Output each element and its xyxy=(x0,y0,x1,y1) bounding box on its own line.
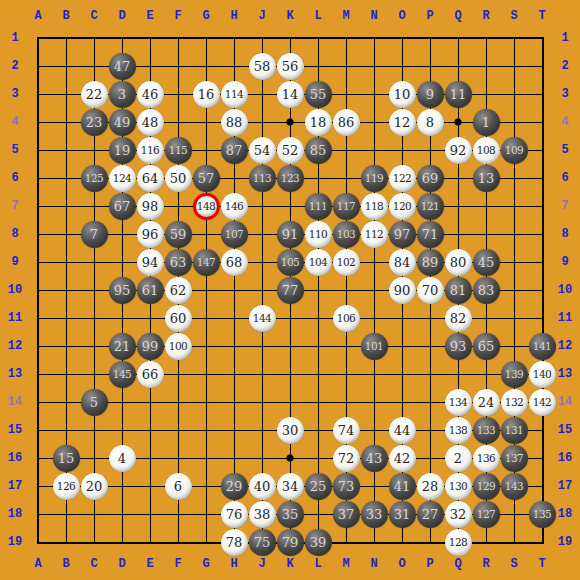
stone: 100 xyxy=(165,333,192,360)
coordinate-label: R xyxy=(472,555,500,573)
stone: 13 xyxy=(473,165,500,192)
stone: 120 xyxy=(389,193,416,220)
stone-move-number: 18 xyxy=(310,116,327,129)
stone: 47 xyxy=(109,53,136,80)
stone: 79 xyxy=(277,529,304,556)
coordinate-label: B xyxy=(52,555,80,573)
stone-move-number: 106 xyxy=(337,313,356,324)
stone-move-number: 72 xyxy=(338,452,355,465)
stone: 132 xyxy=(501,389,528,416)
stone-move-number: 136 xyxy=(477,453,496,464)
stone: 109 xyxy=(501,137,528,164)
stone-move-number: 37 xyxy=(338,508,355,521)
stone-move-number: 85 xyxy=(310,144,327,157)
stone-move-number: 90 xyxy=(394,284,411,297)
stone-move-number: 83 xyxy=(478,284,495,297)
stone-move-number: 88 xyxy=(226,116,243,129)
stone: 121 xyxy=(417,193,444,220)
stone-move-number: 97 xyxy=(394,228,411,241)
stone-move-number: 111 xyxy=(309,201,328,212)
stone: 142 xyxy=(529,389,556,416)
stone-move-number: 129 xyxy=(477,481,496,492)
stone: 105 xyxy=(277,249,304,276)
stone-move-number: 91 xyxy=(282,228,299,241)
stone: 20 xyxy=(81,473,108,500)
coordinate-label: G xyxy=(192,7,220,25)
stone: 22 xyxy=(81,81,108,108)
coordinate-label: O xyxy=(388,555,416,573)
stone: 115 xyxy=(165,137,192,164)
stone-move-number: 24 xyxy=(478,396,495,409)
stone-move-number: 123 xyxy=(281,173,300,184)
stone: 10 xyxy=(389,81,416,108)
stone: 52 xyxy=(277,137,304,164)
coordinate-label: H xyxy=(220,555,248,573)
stone-move-number: 28 xyxy=(422,480,439,493)
go-board-diagram: AABBCCDDEEFFGGHHJJKKLLMMNNOOPPQQRRSSTT11… xyxy=(0,0,580,580)
stone-move-number: 54 xyxy=(254,144,271,157)
stone-move-number: 110 xyxy=(309,229,328,240)
stones-layer: 1234567891011121314151618192021222324252… xyxy=(24,24,556,556)
stone: 29 xyxy=(221,473,248,500)
stone: 102 xyxy=(333,249,360,276)
stone-move-number: 120 xyxy=(393,201,412,212)
stone: 54 xyxy=(249,137,276,164)
stone: 48 xyxy=(137,109,164,136)
stone: 49 xyxy=(109,109,136,136)
stone: 119 xyxy=(361,165,388,192)
stone: 101 xyxy=(361,333,388,360)
stone: 135 xyxy=(529,501,556,528)
stone: 37 xyxy=(333,501,360,528)
stone-move-number: 148 xyxy=(197,201,216,212)
stone: 15 xyxy=(53,445,80,472)
stone-move-number: 57 xyxy=(198,172,215,185)
stone: 116 xyxy=(137,137,164,164)
stone: 12 xyxy=(389,109,416,136)
coordinate-label: B xyxy=(52,7,80,25)
stone-last-move: 148 xyxy=(193,193,220,220)
stone-move-number: 108 xyxy=(477,145,496,156)
stone: 5 xyxy=(81,389,108,416)
stone-move-number: 55 xyxy=(310,88,327,101)
stone-move-number: 15 xyxy=(58,452,75,465)
stone: 126 xyxy=(53,473,80,500)
stone-move-number: 48 xyxy=(142,116,159,129)
stone-move-number: 16 xyxy=(198,88,215,101)
stone-move-number: 21 xyxy=(114,340,131,353)
stone: 110 xyxy=(305,221,332,248)
stone-move-number: 102 xyxy=(337,257,356,268)
stone-move-number: 39 xyxy=(310,536,327,549)
stone-move-number: 79 xyxy=(282,536,299,549)
stone-move-number: 62 xyxy=(170,284,187,297)
stone-move-number: 50 xyxy=(170,172,187,185)
stone: 127 xyxy=(473,501,500,528)
stone-move-number: 103 xyxy=(337,229,356,240)
stone-move-number: 35 xyxy=(282,508,299,521)
stone-move-number: 47 xyxy=(114,60,131,73)
stone-move-number: 23 xyxy=(86,116,103,129)
stone: 40 xyxy=(249,473,276,500)
stone: 125 xyxy=(81,165,108,192)
stone: 93 xyxy=(445,333,472,360)
stone: 129 xyxy=(473,473,500,500)
stone: 56 xyxy=(277,53,304,80)
stone-move-number: 82 xyxy=(450,312,467,325)
stone: 71 xyxy=(417,221,444,248)
stone: 114 xyxy=(221,81,248,108)
stone: 103 xyxy=(333,221,360,248)
stone-move-number: 42 xyxy=(394,452,411,465)
stone-move-number: 70 xyxy=(422,284,439,297)
stone: 82 xyxy=(445,305,472,332)
coordinate-label: S xyxy=(500,7,528,25)
stone-move-number: 74 xyxy=(338,424,355,437)
coordinate-label: D xyxy=(108,7,136,25)
stone-move-number: 3 xyxy=(118,88,126,101)
stone: 14 xyxy=(277,81,304,108)
stone: 18 xyxy=(305,109,332,136)
stone-move-number: 104 xyxy=(309,257,328,268)
stone-move-number: 45 xyxy=(478,256,495,269)
stone: 75 xyxy=(249,529,276,556)
coordinate-label: N xyxy=(360,7,388,25)
stone-move-number: 66 xyxy=(142,368,159,381)
stone-move-number: 107 xyxy=(225,229,244,240)
stone: 104 xyxy=(305,249,332,276)
stone: 2 xyxy=(445,445,472,472)
stone: 88 xyxy=(221,109,248,136)
stone: 50 xyxy=(165,165,192,192)
stone-move-number: 99 xyxy=(142,340,159,353)
stone: 122 xyxy=(389,165,416,192)
stone: 131 xyxy=(501,417,528,444)
stone-move-number: 69 xyxy=(422,172,439,185)
stone-move-number: 8 xyxy=(426,116,434,129)
coordinate-label: M xyxy=(332,7,360,25)
stone: 94 xyxy=(137,249,164,276)
coordinate-label: T xyxy=(528,7,556,25)
stone-move-number: 113 xyxy=(253,173,272,184)
stone-move-number: 86 xyxy=(338,116,355,129)
stone: 89 xyxy=(417,249,444,276)
stone: 138 xyxy=(445,417,472,444)
stone: 66 xyxy=(137,361,164,388)
stone-move-number: 105 xyxy=(281,257,300,268)
stone: 123 xyxy=(277,165,304,192)
stone-move-number: 64 xyxy=(142,172,159,185)
stone-move-number: 1 xyxy=(482,116,490,129)
stone-move-number: 94 xyxy=(142,256,159,269)
stone-move-number: 132 xyxy=(505,397,524,408)
stone: 69 xyxy=(417,165,444,192)
stone-move-number: 12 xyxy=(394,116,411,129)
stone: 106 xyxy=(333,305,360,332)
stone-move-number: 31 xyxy=(394,508,411,521)
stone-move-number: 131 xyxy=(505,425,524,436)
stone: 136 xyxy=(473,445,500,472)
coordinate-label: F xyxy=(164,555,192,573)
stone: 31 xyxy=(389,501,416,528)
stone-move-number: 19 xyxy=(114,144,131,157)
stone-move-number: 139 xyxy=(505,369,524,380)
stone-move-number: 101 xyxy=(365,341,384,352)
stone-move-number: 92 xyxy=(450,144,467,157)
stone: 39 xyxy=(305,529,332,556)
coordinate-label: J xyxy=(248,555,276,573)
stone: 80 xyxy=(445,249,472,276)
stone: 45 xyxy=(473,249,500,276)
stone: 99 xyxy=(137,333,164,360)
coordinate-label: C xyxy=(80,7,108,25)
stone-move-number: 95 xyxy=(114,284,131,297)
stone-move-number: 63 xyxy=(170,256,187,269)
stone-move-number: 143 xyxy=(505,481,524,492)
stone: 97 xyxy=(389,221,416,248)
stone-move-number: 29 xyxy=(226,480,243,493)
stone-move-number: 138 xyxy=(449,425,468,436)
coordinate-label: H xyxy=(220,7,248,25)
stone-move-number: 4 xyxy=(118,452,126,465)
stone-move-number: 68 xyxy=(226,256,243,269)
stone: 55 xyxy=(305,81,332,108)
stone-move-number: 73 xyxy=(338,480,355,493)
stone-move-number: 9 xyxy=(426,88,434,101)
stone: 1 xyxy=(473,109,500,136)
stone: 76 xyxy=(221,501,248,528)
stone-move-number: 119 xyxy=(365,173,384,184)
stone: 65 xyxy=(473,333,500,360)
coordinate-label: K xyxy=(276,7,304,25)
coordinate-label: P xyxy=(416,7,444,25)
coordinate-label: N xyxy=(360,555,388,573)
stone: 74 xyxy=(333,417,360,444)
stone-move-number: 75 xyxy=(254,536,271,549)
stone: 60 xyxy=(165,305,192,332)
coordinate-label: P xyxy=(416,555,444,573)
stone-move-number: 44 xyxy=(394,424,411,437)
stone-move-number: 52 xyxy=(282,144,299,157)
stone-move-number: 14 xyxy=(282,88,299,101)
stone: 4 xyxy=(109,445,136,472)
coordinate-label: Q xyxy=(444,555,472,573)
stone-move-number: 137 xyxy=(505,453,524,464)
stone: 147 xyxy=(193,249,220,276)
stone-move-number: 33 xyxy=(366,508,383,521)
stone-move-number: 133 xyxy=(477,425,496,436)
stone-move-number: 124 xyxy=(113,173,132,184)
stone: 113 xyxy=(249,165,276,192)
coordinate-label: R xyxy=(472,7,500,25)
coordinate-label: F xyxy=(164,7,192,25)
stone: 3 xyxy=(109,81,136,108)
stone: 6 xyxy=(165,473,192,500)
stone-move-number: 81 xyxy=(450,284,467,297)
stone-move-number: 13 xyxy=(478,172,495,185)
coordinate-label: T xyxy=(528,555,556,573)
stone-move-number: 22 xyxy=(86,88,103,101)
stone: 107 xyxy=(221,221,248,248)
coordinate-label: E xyxy=(136,7,164,25)
stone: 63 xyxy=(165,249,192,276)
stone: 95 xyxy=(109,277,136,304)
stone: 35 xyxy=(277,501,304,528)
coordinate-label: G xyxy=(192,555,220,573)
stone-move-number: 89 xyxy=(422,256,439,269)
stone-move-number: 61 xyxy=(142,284,159,297)
stone: 72 xyxy=(333,445,360,472)
stone: 43 xyxy=(361,445,388,472)
stone-move-number: 117 xyxy=(337,201,356,212)
stone-move-number: 80 xyxy=(450,256,467,269)
stone: 28 xyxy=(417,473,444,500)
stone: 145 xyxy=(109,361,136,388)
stone-move-number: 78 xyxy=(226,536,243,549)
coordinate-label: Q xyxy=(444,7,472,25)
stone-move-number: 56 xyxy=(282,60,299,73)
stone-move-number: 5 xyxy=(90,396,98,409)
stone: 21 xyxy=(109,333,136,360)
stone: 141 xyxy=(529,333,556,360)
stone: 46 xyxy=(137,81,164,108)
stone-move-number: 130 xyxy=(449,481,468,492)
stone: 8 xyxy=(417,109,444,136)
coordinate-label: E xyxy=(136,555,164,573)
stone-move-number: 112 xyxy=(365,229,384,240)
stone-move-number: 98 xyxy=(142,200,159,213)
stone: 64 xyxy=(137,165,164,192)
stone: 143 xyxy=(501,473,528,500)
stone-move-number: 141 xyxy=(533,341,552,352)
stone-move-number: 25 xyxy=(310,480,327,493)
stone: 30 xyxy=(277,417,304,444)
stone: 140 xyxy=(529,361,556,388)
stone: 19 xyxy=(109,137,136,164)
stone: 108 xyxy=(473,137,500,164)
stone: 111 xyxy=(305,193,332,220)
stone-move-number: 30 xyxy=(282,424,299,437)
stone-move-number: 145 xyxy=(113,369,132,380)
stone: 73 xyxy=(333,473,360,500)
stone-move-number: 146 xyxy=(225,201,244,212)
stone: 90 xyxy=(389,277,416,304)
stone-move-number: 2 xyxy=(454,452,462,465)
coordinate-label: K xyxy=(276,555,304,573)
stone: 9 xyxy=(417,81,444,108)
stone-move-number: 32 xyxy=(450,508,467,521)
stone: 32 xyxy=(445,501,472,528)
stone-move-number: 77 xyxy=(282,284,299,297)
stone: 112 xyxy=(361,221,388,248)
stone-move-number: 6 xyxy=(174,480,182,493)
stone-move-number: 10 xyxy=(394,88,411,101)
stone: 86 xyxy=(333,109,360,136)
stone-move-number: 34 xyxy=(282,480,299,493)
stone-move-number: 122 xyxy=(393,173,412,184)
stone: 83 xyxy=(473,277,500,304)
stone-move-number: 43 xyxy=(366,452,383,465)
stone: 41 xyxy=(389,473,416,500)
stone: 58 xyxy=(249,53,276,80)
coordinate-label: O xyxy=(388,7,416,25)
stone-move-number: 41 xyxy=(394,480,411,493)
stone: 59 xyxy=(165,221,192,248)
stone: 98 xyxy=(137,193,164,220)
stone: 133 xyxy=(473,417,500,444)
stone-move-number: 7 xyxy=(90,228,98,241)
stone-move-number: 115 xyxy=(169,145,188,156)
stone-move-number: 60 xyxy=(170,312,187,325)
stone-move-number: 87 xyxy=(226,144,243,157)
stone-move-number: 127 xyxy=(477,509,496,520)
stone: 144 xyxy=(249,305,276,332)
stone-move-number: 58 xyxy=(254,60,271,73)
coordinate-label: C xyxy=(80,555,108,573)
stone-move-number: 118 xyxy=(365,201,384,212)
stone: 24 xyxy=(473,389,500,416)
stone-move-number: 100 xyxy=(169,341,188,352)
stone: 91 xyxy=(277,221,304,248)
stone: 42 xyxy=(389,445,416,472)
stone-move-number: 125 xyxy=(85,173,104,184)
stone: 137 xyxy=(501,445,528,472)
stone: 11 xyxy=(445,81,472,108)
stone: 34 xyxy=(277,473,304,500)
stone-move-number: 142 xyxy=(533,397,552,408)
stone-move-number: 144 xyxy=(253,313,272,324)
stone: 130 xyxy=(445,473,472,500)
stone: 85 xyxy=(305,137,332,164)
stone: 33 xyxy=(361,501,388,528)
stone-move-number: 114 xyxy=(225,89,244,100)
stone-move-number: 93 xyxy=(450,340,467,353)
stone: 128 xyxy=(445,529,472,556)
stone: 84 xyxy=(389,249,416,276)
stone: 67 xyxy=(109,193,136,220)
stone: 81 xyxy=(445,277,472,304)
stone-move-number: 76 xyxy=(226,508,243,521)
stone: 78 xyxy=(221,529,248,556)
stone: 7 xyxy=(81,221,108,248)
stone: 25 xyxy=(305,473,332,500)
coordinate-label: D xyxy=(108,555,136,573)
stone-move-number: 59 xyxy=(170,228,187,241)
stone-move-number: 38 xyxy=(254,508,271,521)
stone: 27 xyxy=(417,501,444,528)
stone-move-number: 49 xyxy=(114,116,131,129)
coordinate-label: L xyxy=(304,7,332,25)
stone-move-number: 116 xyxy=(141,145,160,156)
stone: 92 xyxy=(445,137,472,164)
stone: 87 xyxy=(221,137,248,164)
stone: 70 xyxy=(417,277,444,304)
coordinate-label: S xyxy=(500,555,528,573)
stone: 96 xyxy=(137,221,164,248)
stone: 118 xyxy=(361,193,388,220)
coordinate-label: M xyxy=(332,555,360,573)
stone: 62 xyxy=(165,277,192,304)
stone: 61 xyxy=(137,277,164,304)
stone: 134 xyxy=(445,389,472,416)
stone-move-number: 135 xyxy=(533,509,552,520)
stone-move-number: 128 xyxy=(449,537,468,548)
stone-move-number: 27 xyxy=(422,508,439,521)
stone-move-number: 84 xyxy=(394,256,411,269)
stone: 38 xyxy=(249,501,276,528)
stone-move-number: 11 xyxy=(450,88,467,101)
stone-move-number: 96 xyxy=(142,228,159,241)
